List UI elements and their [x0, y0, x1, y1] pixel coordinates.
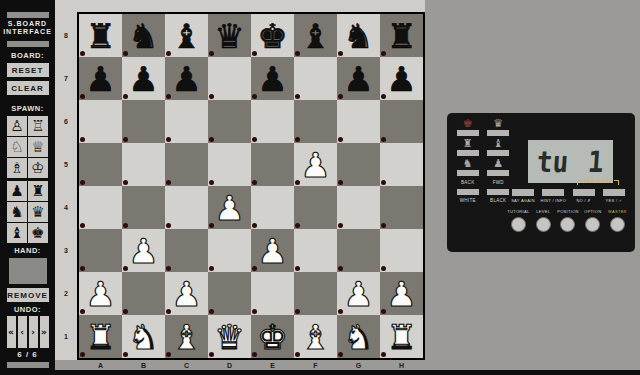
square-b6[interactable] — [122, 100, 165, 143]
device-rook-button[interactable] — [457, 150, 479, 156]
device-knight-control: ♞ — [455, 158, 481, 176]
undo-step-forward-button[interactable]: › — [29, 316, 38, 348]
spawn-palette-white: ♙♖♘♕♗♔ — [7, 116, 48, 178]
undo-step-back-button[interactable]: ‹ — [18, 316, 27, 348]
piece-black-queen: ♛ — [208, 14, 251, 57]
clear-button[interactable]: CLEAR — [7, 81, 49, 95]
hint-info-label: HINT / INFO — [541, 198, 566, 203]
app-title: S.BOARD INTERFACE — [3, 20, 52, 36]
square-g8[interactable]: ♞ — [337, 14, 380, 57]
square-b7[interactable]: ♟ — [122, 57, 165, 100]
position-button[interactable] — [560, 217, 575, 232]
sensor-dot-icon — [80, 266, 85, 271]
piece-black-pawn: ♟ — [251, 57, 294, 100]
chess-board: ♜♞♝♛♚♝♞♜♟♟♟♟♟♟♟♟♟♟♟♟♟♟♜♞♝♛♚♝♞♜ — [77, 12, 425, 360]
spawn-white-king-button[interactable]: ♔ — [28, 158, 48, 178]
say-again-label: SAY AGAIN — [511, 198, 535, 203]
device-queen-button[interactable] — [487, 130, 509, 136]
bottom-bar — [0, 370, 640, 375]
app-window: S.BOARD INTERFACE BOARD: RESET CLEAR SPA… — [0, 0, 640, 375]
square-f8[interactable]: ♝ — [294, 14, 337, 57]
sensor-dot-icon — [123, 180, 128, 185]
bracket-right-icon — [614, 180, 619, 185]
square-b4[interactable] — [122, 186, 165, 229]
piece-white-bishop: ♝ — [165, 315, 208, 358]
piece-white-bishop: ♝ — [294, 315, 337, 358]
piece-white-rook: ♜ — [380, 315, 423, 358]
option-control: OPTION — [580, 209, 605, 232]
sidebar: S.BOARD INTERFACE BOARD: RESET CLEAR SPA… — [0, 0, 55, 375]
square-h1[interactable]: ♜ — [380, 315, 423, 358]
master-button[interactable] — [610, 217, 625, 232]
piece-white-pawn: ♟ — [380, 272, 423, 315]
device-bishop-control: ♝ — [486, 138, 512, 156]
square-b1[interactable]: ♞ — [122, 315, 165, 358]
piece-black-rook: ♜ — [79, 14, 122, 57]
piece-white-queen: ♛ — [208, 315, 251, 358]
piece-black-pawn: ♟ — [122, 57, 165, 100]
yes-label: YES / ✓ — [606, 198, 623, 203]
sensor-dot-icon — [209, 266, 214, 271]
king-icon: ♚ — [463, 118, 473, 129]
square-e4[interactable] — [251, 186, 294, 229]
square-a6[interactable] — [79, 100, 122, 143]
spawn-black-pawn-button[interactable]: ♟ — [7, 181, 27, 201]
sensor-dot-icon — [209, 180, 214, 185]
square-g7[interactable]: ♟ — [337, 57, 380, 100]
undo-rewind-all-button[interactable]: « — [7, 316, 16, 348]
square-b2[interactable] — [122, 272, 165, 315]
app-title-line2: INTERFACE — [3, 28, 52, 36]
say-again-button[interactable] — [512, 189, 534, 196]
spawn-white-pawn-button[interactable]: ♙ — [7, 116, 27, 136]
spawn-white-rook-button[interactable]: ♖ — [28, 116, 48, 136]
square-a4[interactable] — [79, 186, 122, 229]
square-h2[interactable]: ♟ — [380, 272, 423, 315]
device-action-buttons: SAY AGAINHINT / INFONO / ✗YES / ✓ — [509, 189, 628, 203]
square-d1[interactable]: ♛ — [208, 315, 251, 358]
piece-black-pawn: ♟ — [380, 57, 423, 100]
remove-button[interactable]: REMOVE — [7, 288, 49, 302]
square-d3[interactable] — [208, 229, 251, 272]
spawn-white-knight-button[interactable]: ♘ — [7, 137, 27, 157]
square-c2[interactable]: ♟ — [165, 272, 208, 315]
queen-icon: ♛ — [493, 118, 503, 129]
master-label: MASTER — [608, 209, 626, 214]
sensor-dot-icon — [166, 266, 171, 271]
yes-control: YES / ✓ — [600, 189, 628, 203]
bishop-icon: ♝ — [493, 138, 503, 149]
square-d6[interactable] — [208, 100, 251, 143]
piece-black-rook: ♜ — [380, 14, 423, 57]
sensor-dot-icon — [295, 223, 300, 228]
say-again-control: SAY AGAIN — [509, 189, 537, 203]
device-piece-buttons: ♚♛♜♝♞♟ — [455, 118, 511, 176]
rank-label-5: 5 — [55, 143, 77, 186]
hand-slot[interactable] — [9, 258, 47, 284]
position-label: POSITION — [557, 209, 579, 214]
square-f3[interactable] — [294, 229, 337, 272]
level-button[interactable] — [536, 217, 551, 232]
spawn-palette-black: ♟♜♞♛♝♚ — [7, 181, 48, 243]
knight-icon: ♞ — [463, 158, 473, 169]
square-b5[interactable] — [122, 143, 165, 186]
no-control: NO / ✗ — [570, 189, 598, 203]
square-h4[interactable] — [380, 186, 423, 229]
sensor-dot-icon — [252, 223, 257, 228]
sensor-dot-icon — [166, 223, 171, 228]
square-a8[interactable]: ♜ — [79, 14, 122, 57]
square-a1[interactable]: ♜ — [79, 315, 122, 358]
sensor-dot-icon — [338, 137, 343, 142]
square-g4[interactable] — [337, 186, 380, 229]
square-h5[interactable] — [380, 143, 423, 186]
piece-black-knight: ♞ — [122, 14, 165, 57]
spawn-black-queen-button[interactable]: ♛ — [28, 202, 48, 222]
square-e6[interactable] — [251, 100, 294, 143]
square-h7[interactable]: ♟ — [380, 57, 423, 100]
square-c4[interactable] — [165, 186, 208, 229]
black-fwd-button[interactable] — [487, 189, 509, 195]
sensor-dot-icon — [252, 180, 257, 185]
square-h6[interactable] — [380, 100, 423, 143]
option-button[interactable] — [585, 217, 600, 232]
square-a5[interactable] — [79, 143, 122, 186]
reset-button[interactable]: RESET — [7, 63, 49, 77]
sensor-dot-icon — [166, 137, 171, 142]
square-g2[interactable]: ♟ — [337, 272, 380, 315]
level-label: LEVEL — [536, 209, 550, 214]
spawn-white-queen-button[interactable]: ♕ — [28, 137, 48, 157]
sensor-dot-icon — [295, 309, 300, 314]
square-a2[interactable]: ♟ — [79, 272, 122, 315]
bracket-left-icon — [577, 180, 582, 185]
piece-black-pawn: ♟ — [337, 57, 380, 100]
lcd-display: tu 1 — [528, 140, 613, 183]
device-king-control: ♚ — [455, 118, 481, 136]
square-c8[interactable]: ♝ — [165, 14, 208, 57]
white-back-button[interactable] — [457, 189, 479, 195]
rook-icon: ♜ — [463, 138, 473, 149]
fwd-label: FWD — [493, 180, 504, 185]
lcd-text-right: 1 — [587, 145, 605, 179]
sensor-dot-icon — [381, 180, 386, 185]
sensor-dot-icon — [209, 94, 214, 99]
piece-black-pawn: ♟ — [79, 57, 122, 100]
square-f5[interactable]: ♟ — [294, 143, 337, 186]
square-g3[interactable] — [337, 229, 380, 272]
square-c6[interactable] — [165, 100, 208, 143]
square-g1[interactable]: ♞ — [337, 315, 380, 358]
piece-white-pawn: ♟ — [294, 143, 337, 186]
master-control: MASTER — [605, 209, 630, 232]
square-f6[interactable] — [294, 100, 337, 143]
square-e7[interactable]: ♟ — [251, 57, 294, 100]
tutorial-label: TUTORIAL — [507, 209, 529, 214]
piece-white-pawn: ♟ — [251, 229, 294, 272]
divider-bar — [7, 41, 49, 47]
rank-label-3: 3 — [55, 229, 77, 272]
piece-white-pawn: ♟ — [337, 272, 380, 315]
square-f4[interactable] — [294, 186, 337, 229]
piece-black-bishop: ♝ — [165, 14, 208, 57]
sensor-dot-icon — [338, 266, 343, 271]
rank-label-7: 7 — [55, 57, 77, 100]
sensor-dot-icon — [80, 223, 85, 228]
square-f2[interactable] — [294, 272, 337, 315]
hint-info-button[interactable] — [542, 189, 564, 196]
square-e8[interactable]: ♚ — [251, 14, 294, 57]
square-e3[interactable]: ♟ — [251, 229, 294, 272]
rank-label-4: 4 — [55, 186, 77, 229]
sensor-dot-icon — [123, 309, 128, 314]
piece-white-king: ♚ — [251, 315, 294, 358]
square-f7[interactable] — [294, 57, 337, 100]
rank-label-1: 1 — [55, 315, 77, 358]
new-game-label: NEW GAME — [584, 179, 612, 184]
piece-white-pawn: ♟ — [122, 229, 165, 272]
sensor-dot-icon — [295, 137, 300, 142]
sensor-dot-icon — [381, 137, 386, 142]
sensor-dot-icon — [80, 180, 85, 185]
device-bishop-button[interactable] — [487, 150, 509, 156]
piece-black-bishop: ♝ — [294, 14, 337, 57]
device-rook-control: ♜ — [455, 138, 481, 156]
square-b3[interactable]: ♟ — [122, 229, 165, 272]
square-h8[interactable]: ♜ — [380, 14, 423, 57]
device-round-buttons: TUTORIALLEVELPOSITIONOPTIONMASTER — [506, 209, 630, 232]
rank-label-8: 8 — [55, 14, 77, 57]
rank-label-6: 6 — [55, 100, 77, 143]
sensor-dot-icon — [252, 309, 257, 314]
hint-info-control: HINT / INFO — [539, 189, 567, 203]
hand-section-label: HAND: — [14, 246, 41, 255]
square-e5[interactable] — [251, 143, 294, 186]
square-a3[interactable] — [79, 229, 122, 272]
sensor-dot-icon — [295, 266, 300, 271]
new-game-bracket: NEW GAME — [574, 179, 622, 185]
piece-white-knight: ♞ — [337, 315, 380, 358]
black-label: BLACK — [490, 198, 506, 203]
device-king-button[interactable] — [457, 130, 479, 136]
no-button[interactable] — [573, 189, 595, 196]
spawn-black-rook-button[interactable]: ♜ — [28, 181, 48, 201]
white-label: WHITE — [460, 198, 476, 203]
sensor-dot-icon — [80, 137, 85, 142]
spawn-black-knight-button[interactable]: ♞ — [7, 202, 27, 222]
lcd-text-left: tu — [536, 145, 570, 179]
square-f1[interactable]: ♝ — [294, 315, 337, 358]
undo-controls: «‹›» — [7, 316, 49, 348]
rank-labels: 87654321 — [55, 14, 77, 358]
square-d8[interactable]: ♛ — [208, 14, 251, 57]
sensor-dot-icon — [381, 266, 386, 271]
square-c7[interactable]: ♟ — [165, 57, 208, 100]
pawn-icon: ♟ — [493, 158, 503, 169]
undo-forward-all-button[interactable]: » — [40, 316, 49, 348]
divider-bar — [7, 12, 49, 18]
sensor-dot-icon — [338, 180, 343, 185]
piece-black-knight: ♞ — [337, 14, 380, 57]
piece-black-king: ♚ — [251, 14, 294, 57]
square-d5[interactable] — [208, 143, 251, 186]
level-control: LEVEL — [531, 209, 556, 232]
square-a7[interactable]: ♟ — [79, 57, 122, 100]
device-pawn-control: ♟ — [486, 158, 512, 176]
spawn-section-label: SPAWN: — [11, 104, 43, 113]
board-section-label: BOARD: — [11, 51, 44, 60]
device-pawn-button[interactable] — [487, 170, 509, 176]
square-g5[interactable] — [337, 143, 380, 186]
square-b8[interactable]: ♞ — [122, 14, 165, 57]
device-queen-control: ♛ — [486, 118, 512, 136]
device-knight-button[interactable] — [457, 170, 479, 176]
square-d2[interactable] — [208, 272, 251, 315]
divider-bar — [7, 362, 49, 368]
piece-white-pawn: ♟ — [208, 186, 251, 229]
piece-white-pawn: ♟ — [165, 272, 208, 315]
spawn-white-bishop-button[interactable]: ♗ — [7, 158, 27, 178]
sensor-dot-icon — [123, 137, 128, 142]
undo-section-label: UNDO: — [14, 305, 41, 314]
no-label: NO / ✗ — [576, 198, 591, 203]
square-g6[interactable] — [337, 100, 380, 143]
square-d4[interactable]: ♟ — [208, 186, 251, 229]
sensor-dot-icon — [209, 137, 214, 142]
back-label: BACK — [461, 180, 474, 185]
square-c5[interactable] — [165, 143, 208, 186]
sensor-dot-icon — [209, 309, 214, 314]
undo-counter: 6 / 6 — [17, 350, 38, 359]
square-e1[interactable]: ♚ — [251, 315, 294, 358]
square-e2[interactable] — [251, 272, 294, 315]
device-nav: BACK FWD WHITE BLACK — [455, 180, 511, 203]
app-title-line1: S.BOARD — [3, 20, 52, 28]
square-c1[interactable]: ♝ — [165, 315, 208, 358]
tutorial-button[interactable] — [511, 217, 526, 232]
spawn-black-king-button[interactable]: ♚ — [28, 223, 48, 243]
sensor-dot-icon — [338, 223, 343, 228]
piece-white-knight: ♞ — [122, 315, 165, 358]
yes-button[interactable] — [603, 189, 625, 196]
option-label: OPTION — [584, 209, 601, 214]
tutorial-control: TUTORIAL — [506, 209, 531, 232]
piece-white-rook: ♜ — [79, 315, 122, 358]
piece-black-pawn: ♟ — [165, 57, 208, 100]
piece-white-pawn: ♟ — [79, 272, 122, 315]
square-d7[interactable] — [208, 57, 251, 100]
sensor-dot-icon — [123, 223, 128, 228]
sensor-dot-icon — [381, 223, 386, 228]
spawn-black-bishop-button[interactable]: ♝ — [7, 223, 27, 243]
square-h3[interactable] — [380, 229, 423, 272]
position-control: POSITION — [556, 209, 581, 232]
sensor-dot-icon — [166, 180, 171, 185]
rank-label-2: 2 — [55, 272, 77, 315]
sensor-dot-icon — [252, 137, 257, 142]
sensor-dot-icon — [295, 94, 300, 99]
square-c3[interactable] — [165, 229, 208, 272]
chess-computer-panel: ♚♛♜♝♞♟ BACK FWD WHITE BLACK tu 1 NEW GAM… — [447, 113, 635, 252]
